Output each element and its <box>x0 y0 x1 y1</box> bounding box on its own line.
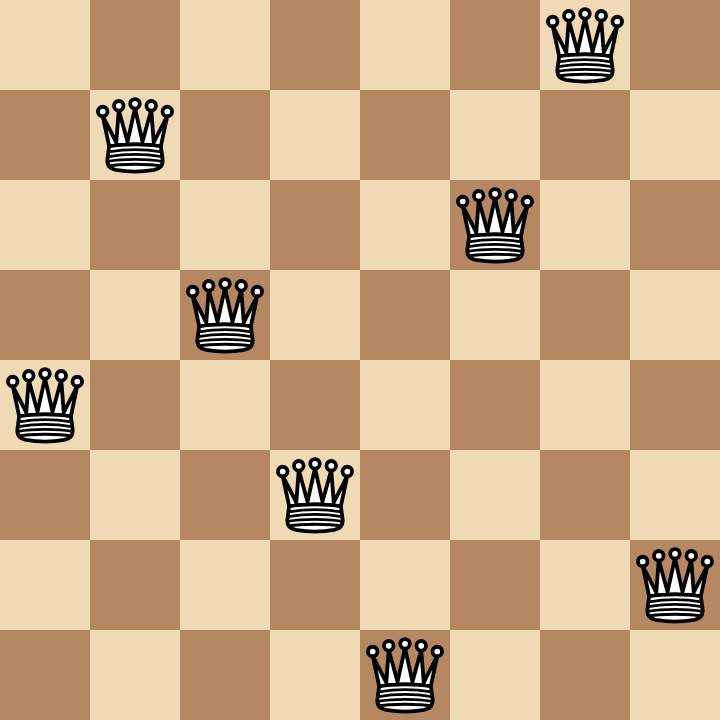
square-a1[interactable] <box>0 630 90 720</box>
square-g1[interactable] <box>540 630 630 720</box>
square-a7[interactable] <box>0 90 90 180</box>
square-h6[interactable] <box>630 180 720 270</box>
square-b8[interactable] <box>90 0 180 90</box>
square-h5[interactable] <box>630 270 720 360</box>
square-e5[interactable] <box>360 270 450 360</box>
square-d8[interactable] <box>270 0 360 90</box>
white-queen-piece[interactable] <box>632 542 718 628</box>
square-f7[interactable] <box>450 90 540 180</box>
square-g7[interactable] <box>540 90 630 180</box>
square-a6[interactable] <box>0 180 90 270</box>
square-a3[interactable] <box>0 450 90 540</box>
white-queen-icon <box>452 182 538 268</box>
white-queen-icon <box>2 362 88 448</box>
square-c1[interactable] <box>180 630 270 720</box>
square-e6[interactable] <box>360 180 450 270</box>
square-a2[interactable] <box>0 540 90 630</box>
square-h2[interactable] <box>630 540 720 630</box>
square-c2[interactable] <box>180 540 270 630</box>
square-h1[interactable] <box>630 630 720 720</box>
square-f6[interactable] <box>450 180 540 270</box>
white-queen-icon <box>632 542 718 628</box>
square-c4[interactable] <box>180 360 270 450</box>
square-h4[interactable] <box>630 360 720 450</box>
square-a5[interactable] <box>0 270 90 360</box>
square-c6[interactable] <box>180 180 270 270</box>
square-d4[interactable] <box>270 360 360 450</box>
square-e8[interactable] <box>360 0 450 90</box>
square-c3[interactable] <box>180 450 270 540</box>
square-c5[interactable] <box>180 270 270 360</box>
square-d6[interactable] <box>270 180 360 270</box>
square-b1[interactable] <box>90 630 180 720</box>
square-b7[interactable] <box>90 90 180 180</box>
square-a8[interactable] <box>0 0 90 90</box>
square-h7[interactable] <box>630 90 720 180</box>
square-b5[interactable] <box>90 270 180 360</box>
square-b4[interactable] <box>90 360 180 450</box>
square-d1[interactable] <box>270 630 360 720</box>
white-queen-piece[interactable] <box>362 632 448 718</box>
square-b2[interactable] <box>90 540 180 630</box>
square-f4[interactable] <box>450 360 540 450</box>
square-c8[interactable] <box>180 0 270 90</box>
square-f1[interactable] <box>450 630 540 720</box>
square-e1[interactable] <box>360 630 450 720</box>
square-g2[interactable] <box>540 540 630 630</box>
white-queen-icon <box>92 92 178 178</box>
white-queen-piece[interactable] <box>542 2 628 88</box>
white-queen-icon <box>272 452 358 538</box>
square-f3[interactable] <box>450 450 540 540</box>
square-c7[interactable] <box>180 90 270 180</box>
square-g3[interactable] <box>540 450 630 540</box>
white-queen-piece[interactable] <box>452 182 538 268</box>
white-queen-icon <box>182 272 268 358</box>
square-g6[interactable] <box>540 180 630 270</box>
square-g4[interactable] <box>540 360 630 450</box>
square-e2[interactable] <box>360 540 450 630</box>
square-b6[interactable] <box>90 180 180 270</box>
square-d2[interactable] <box>270 540 360 630</box>
chess-board <box>0 0 720 720</box>
white-queen-piece[interactable] <box>272 452 358 538</box>
square-e4[interactable] <box>360 360 450 450</box>
white-queen-icon <box>542 2 628 88</box>
square-a4[interactable] <box>0 360 90 450</box>
square-g5[interactable] <box>540 270 630 360</box>
square-b3[interactable] <box>90 450 180 540</box>
square-f8[interactable] <box>450 0 540 90</box>
square-d3[interactable] <box>270 450 360 540</box>
square-e7[interactable] <box>360 90 450 180</box>
square-d7[interactable] <box>270 90 360 180</box>
square-e3[interactable] <box>360 450 450 540</box>
square-f5[interactable] <box>450 270 540 360</box>
square-f2[interactable] <box>450 540 540 630</box>
white-queen-piece[interactable] <box>92 92 178 178</box>
white-queen-icon <box>362 632 448 718</box>
square-h3[interactable] <box>630 450 720 540</box>
white-queen-piece[interactable] <box>182 272 268 358</box>
square-d5[interactable] <box>270 270 360 360</box>
white-queen-piece[interactable] <box>2 362 88 448</box>
square-h8[interactable] <box>630 0 720 90</box>
square-g8[interactable] <box>540 0 630 90</box>
